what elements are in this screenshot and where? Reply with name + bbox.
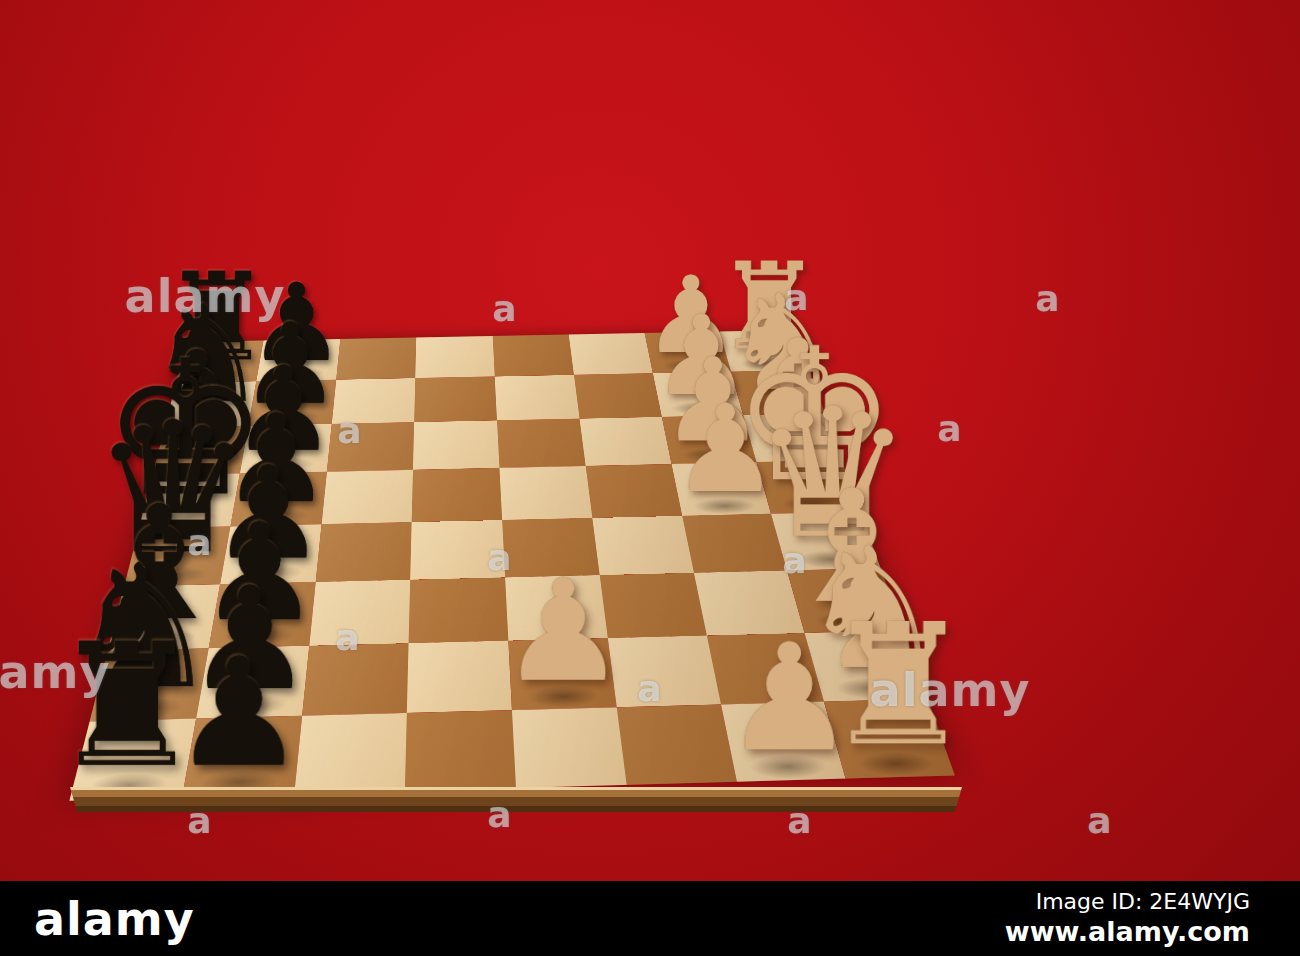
alamy-url[interactable]: www.alamy.com <box>1005 915 1250 949</box>
watermark: a <box>1087 800 1112 841</box>
square-g5 <box>414 376 497 422</box>
square-e2: ♟ <box>671 462 771 516</box>
square-c8: ♝ <box>108 584 220 650</box>
square-g7: ♟ <box>248 380 336 426</box>
square-c6 <box>309 580 411 646</box>
piece-black-pawn-h7: ♟ <box>249 269 345 376</box>
square-e3 <box>585 464 681 518</box>
square-b4: ♟ <box>508 638 616 710</box>
square-a6 <box>294 713 407 794</box>
square-h3 <box>569 333 653 375</box>
square-h1: ♜ <box>720 330 810 371</box>
image-meta: Image ID: 2E4WYJG www.alamy.com <box>1005 888 1250 949</box>
square-g8: ♞ <box>165 381 256 427</box>
square-c1: ♝ <box>787 568 903 633</box>
image-id: Image ID: 2E4WYJG <box>1005 888 1250 916</box>
stock-photo-chess-scene: ♜♟♟♜♞♟♟♞♝♟♟♝♚♟♟♚♛♟♛♝♟♝♞♟♟♞♜♟♟♜ alamyaaaa… <box>0 0 1300 956</box>
square-g6 <box>331 378 415 424</box>
square-e5 <box>412 468 502 522</box>
square-g3 <box>574 373 662 418</box>
square-f8: ♝ <box>152 426 248 476</box>
square-c7: ♟ <box>209 582 316 648</box>
square-d6 <box>315 522 412 582</box>
square-b3 <box>608 635 721 707</box>
board-side-edge <box>70 787 962 812</box>
square-c3 <box>599 573 706 638</box>
square-e4 <box>499 466 592 520</box>
square-e1: ♚ <box>757 460 861 513</box>
square-d2 <box>682 514 787 573</box>
square-c2 <box>693 570 804 635</box>
square-e6 <box>321 470 413 524</box>
square-b6 <box>302 643 409 716</box>
square-b5 <box>407 640 512 713</box>
square-b1: ♞ <box>805 630 928 702</box>
square-a1: ♜ <box>824 699 955 779</box>
watermark: a <box>1035 278 1060 319</box>
piece-white-rook-h1: ♜ <box>715 246 823 366</box>
square-d1: ♛ <box>771 512 880 571</box>
alamy-logo: alamy <box>34 892 195 946</box>
chess-board: ♜♟♟♜♞♟♟♞♝♟♟♝♚♟♟♚♛♟♛♝♟♝♞♟♟♞♜♟♟♜ <box>69 330 954 801</box>
square-b2 <box>706 633 824 705</box>
square-a2: ♟ <box>721 702 846 782</box>
square-h8: ♜ <box>176 341 263 383</box>
square-h7: ♟ <box>256 339 340 381</box>
chess-board-scene: ♜♟♟♜♞♟♟♞♝♟♟♝♚♟♟♚♛♟♛♝♟♝♞♟♟♞♜♟♟♜ <box>73 245 959 788</box>
square-f7: ♟ <box>240 424 332 474</box>
square-f6 <box>327 422 415 472</box>
square-h5 <box>415 336 494 378</box>
square-b7: ♟ <box>196 645 309 718</box>
square-f4 <box>497 418 585 467</box>
square-h6 <box>336 338 417 380</box>
square-h2: ♟ <box>644 332 731 374</box>
square-d7: ♟ <box>220 524 321 584</box>
square-d5 <box>410 520 505 580</box>
square-g1: ♞ <box>731 370 825 415</box>
square-g4 <box>495 375 580 420</box>
square-a7: ♟ <box>182 716 302 798</box>
square-d4 <box>502 518 599 577</box>
square-a5 <box>405 710 516 791</box>
square-e7: ♟ <box>230 472 326 527</box>
piece-white-pawn-h2: ♟ <box>643 262 738 368</box>
square-a4 <box>512 707 626 788</box>
square-d3 <box>592 516 693 575</box>
square-g2: ♟ <box>653 372 744 417</box>
piece-black-rook-h8: ♜ <box>163 256 272 378</box>
square-h4 <box>493 335 574 377</box>
square-f5 <box>413 420 499 470</box>
square-f3 <box>579 417 671 466</box>
square-c5 <box>409 577 509 643</box>
square-d8: ♛ <box>124 526 230 586</box>
square-e8: ♚ <box>139 474 240 529</box>
square-a3 <box>616 705 736 785</box>
square-b8: ♞ <box>90 648 209 722</box>
square-f2: ♟ <box>661 415 756 464</box>
footer-bar: alamy Image ID: 2E4WYJG www.alamy.com <box>0 881 1300 956</box>
square-f1: ♝ <box>743 413 841 462</box>
square-c4 <box>505 575 607 640</box>
